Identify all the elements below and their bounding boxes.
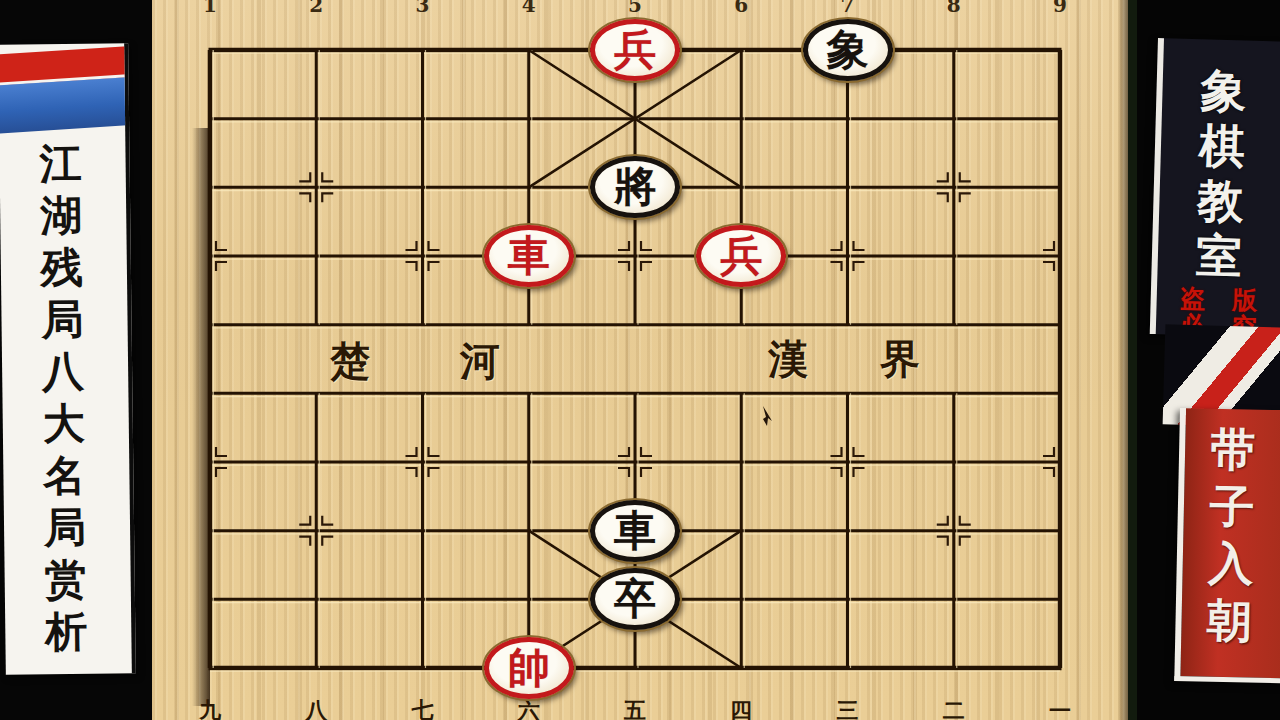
channel-banner: 象棋教室 盗版必究 [1150,38,1280,338]
file-label-top-1: 1 [203,0,217,16]
piece-glyph: 車 [614,506,656,556]
channel-title-char-1: 象 [1168,62,1279,120]
puzzle-title-vertical: 带子入朝 [1181,420,1280,650]
piece-glyph: 將 [614,162,656,212]
puzzle-title-char-3: 入 [1182,534,1279,593]
left-sidebar: 江湖残局八大名局赏析 [0,0,152,720]
piece-glyph: 兵 [614,25,656,75]
puzzle-title-char-4: 朝 [1181,591,1278,650]
channel-title-vertical: 象棋教室 [1163,62,1279,285]
file-label-top-8: 8 [947,0,961,16]
file-label-top-2: 2 [309,0,323,16]
file-label-top-7: 7 [841,0,855,16]
channel-title-char-4: 室 [1163,227,1274,285]
channel-title-char-3: 教 [1165,172,1276,230]
red-soldier-2[interactable]: 兵 [696,225,786,287]
puzzle-title-banner: 带子入朝 [1174,408,1280,683]
channel-title-char-2: 棋 [1166,117,1277,175]
piece-glyph: 車 [508,231,550,281]
series-title-char-5: 八 [2,345,125,398]
notice-char-1: 盗 [1166,284,1219,312]
series-title-char-9: 赏 [4,553,127,606]
series-title-char-7: 名 [3,449,126,502]
piece-glyph: 卒 [614,574,656,624]
file-label-top-4: 4 [522,0,536,16]
series-title-char-10: 析 [5,605,128,658]
series-title-char-6: 大 [2,397,125,450]
piece-layer: 兵象將車兵車卒帥 [157,16,1113,703]
left-title-banner: 江湖残局八大名局赏析 [0,43,136,675]
series-title-char-1: 江 [0,137,122,190]
file-label-top-5: 5 [628,0,642,16]
right-sidebar: 象棋教室 盗版必究 带子入朝 [1128,0,1280,720]
piece-glyph: 帥 [508,643,550,693]
piece-glyph: 象 [827,25,869,75]
file-label-top-6: 6 [734,0,748,16]
red-chariot[interactable]: 車 [484,225,574,287]
black-chariot[interactable]: 車 [590,500,680,562]
series-title-char-2: 湖 [0,189,123,242]
file-label-top-9: 9 [1053,0,1067,16]
black-general[interactable]: 將 [590,156,680,218]
video-frame: 江湖残局八大名局赏析 楚 河 漢 界 123456789 九八七六五四三二一 兵… [0,0,1280,720]
puzzle-title-char-2: 子 [1183,477,1280,536]
black-soldier[interactable]: 卒 [590,568,680,630]
red-soldier[interactable]: 兵 [590,19,680,81]
banner-blue-stripe [0,76,136,134]
file-label-top-3: 3 [416,0,430,16]
black-elephant[interactable]: 象 [803,19,893,81]
series-title-char-4: 局 [1,293,124,346]
xiangqi-board: 楚 河 漢 界 123456789 九八七六五四三二一 兵象將車兵車卒帥 [152,0,1128,720]
puzzle-title-char-1: 带 [1185,420,1280,479]
series-title-char-8: 局 [4,501,127,554]
notice-char-2: 版 [1218,286,1271,314]
red-general[interactable]: 帥 [484,637,574,699]
series-title-vertical: 江湖残局八大名局赏析 [0,137,128,658]
piece-glyph: 兵 [720,231,762,281]
series-title-char-3: 残 [1,241,124,294]
